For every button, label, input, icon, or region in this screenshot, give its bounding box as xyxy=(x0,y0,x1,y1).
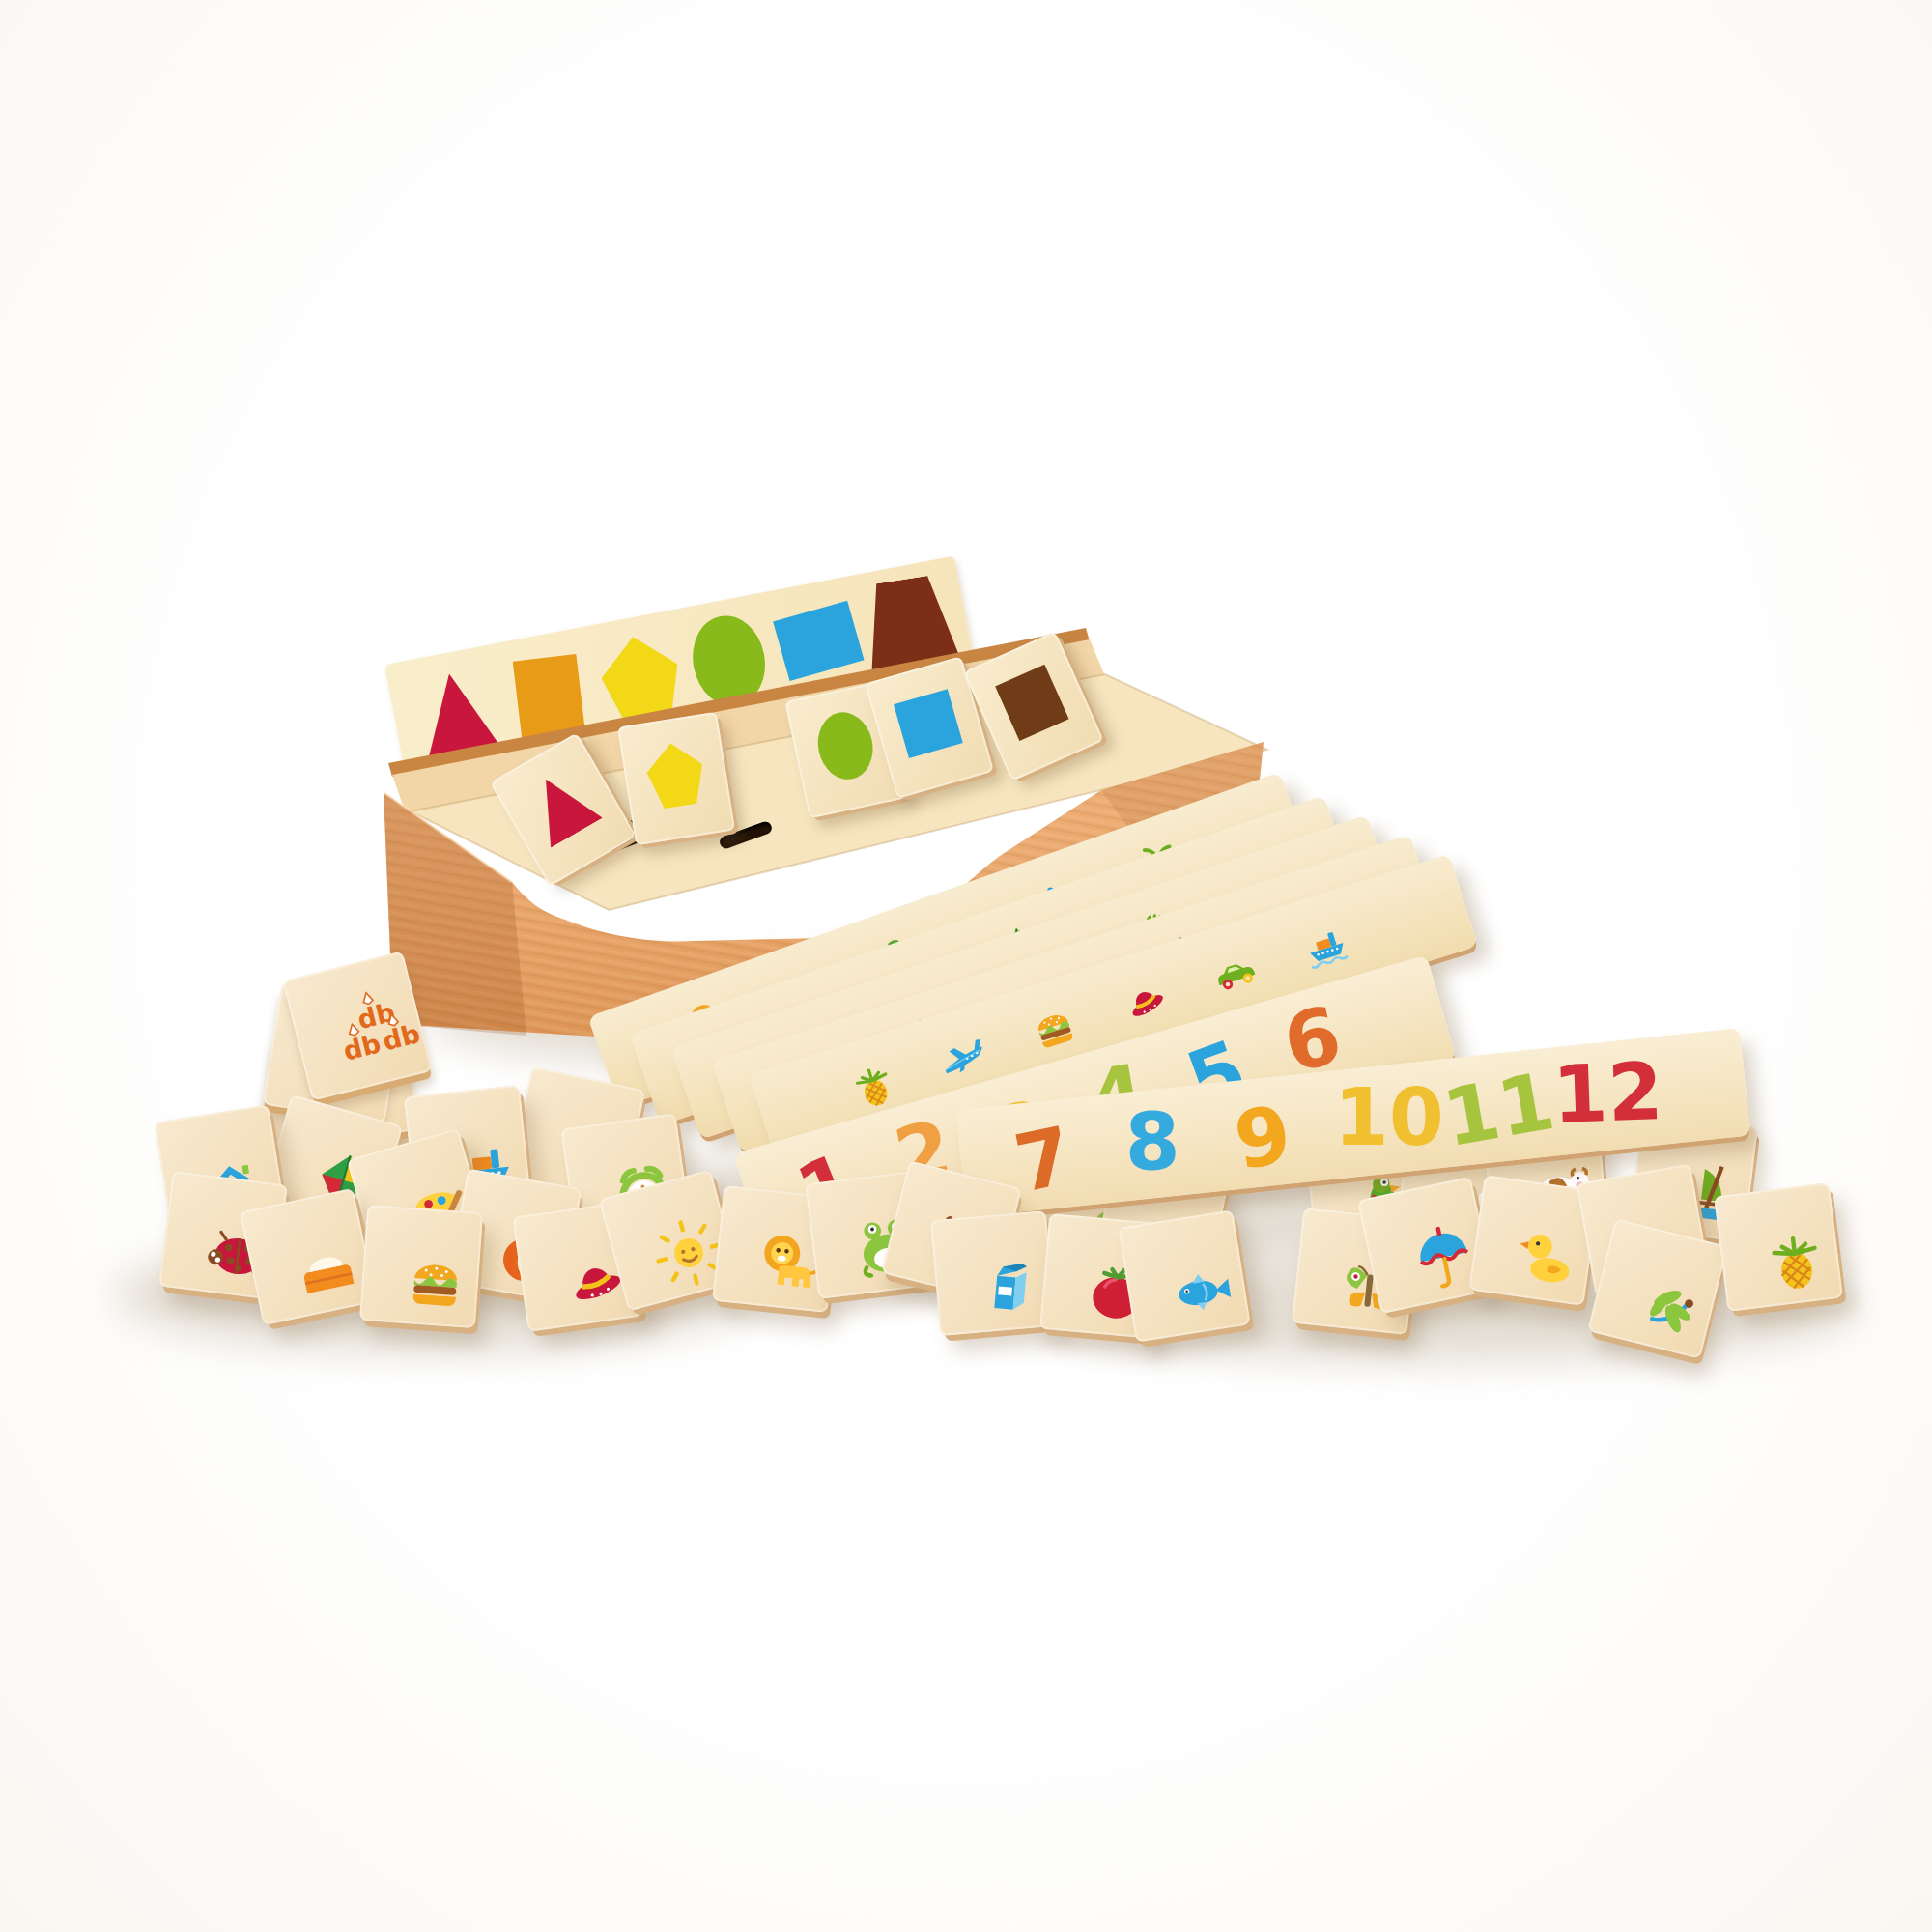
candles-icon: dbdbdb xyxy=(298,967,415,1084)
dragonfly-icon xyxy=(1606,1237,1710,1341)
umbrella-icon xyxy=(1376,1195,1476,1295)
milk-icon xyxy=(947,1227,1038,1319)
tile-milk[interactable] xyxy=(930,1210,1056,1336)
number-12: 12 xyxy=(1551,1046,1630,1141)
car-icon xyxy=(1196,933,1273,1010)
number-9: 9 xyxy=(1218,1086,1307,1188)
svg-text:db: db xyxy=(340,1028,384,1065)
duck-icon xyxy=(1486,1192,1581,1288)
scene: dbdbdb 123456 789101112 xyxy=(0,0,1932,1932)
fish-icon xyxy=(1136,1228,1234,1325)
sun-icon xyxy=(617,1188,722,1293)
number-11: 11 xyxy=(1436,1061,1526,1164)
tile-pineapple[interactable] xyxy=(1714,1182,1843,1312)
cake-icon xyxy=(258,1207,358,1307)
tile-hamburger[interactable] xyxy=(359,1205,483,1328)
hamburger-icon xyxy=(376,1221,467,1312)
number-8: 8 xyxy=(1114,1094,1191,1187)
number-10: 10 xyxy=(1334,1071,1409,1163)
pineapple-icon xyxy=(1731,1200,1826,1294)
ship-icon xyxy=(1287,904,1364,981)
tile-fish[interactable] xyxy=(1118,1209,1250,1342)
tile-cake[interactable] xyxy=(240,1188,377,1325)
